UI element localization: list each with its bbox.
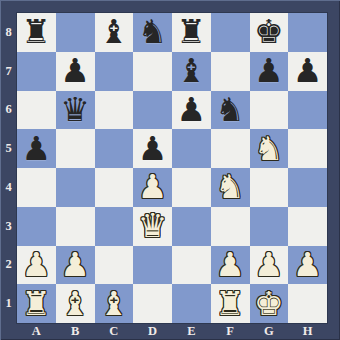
- piece-white-king: ♚: [254, 285, 284, 323]
- square-h8[interactable]: [288, 13, 327, 52]
- square-a8[interactable]: ♜: [17, 13, 56, 52]
- square-b8[interactable]: [56, 13, 95, 52]
- square-e1[interactable]: [172, 284, 211, 323]
- square-e4[interactable]: [172, 168, 211, 207]
- square-e3[interactable]: [172, 207, 211, 246]
- file-labels: ABCDEFGH: [17, 322, 327, 340]
- rank-label-5: 5: [0, 129, 17, 168]
- piece-black-pawn: ♟: [22, 130, 52, 168]
- piece-white-pawn: ♟: [22, 246, 52, 284]
- square-a4[interactable]: [17, 168, 56, 207]
- square-a7[interactable]: [17, 52, 56, 91]
- square-h1[interactable]: [288, 284, 327, 323]
- square-h3[interactable]: [288, 207, 327, 246]
- piece-white-pawn: ♟: [254, 246, 284, 284]
- square-b3[interactable]: [56, 207, 95, 246]
- piece-black-bishop: ♝: [99, 13, 129, 51]
- square-h4[interactable]: [288, 168, 327, 207]
- square-c4[interactable]: [95, 168, 134, 207]
- square-c8[interactable]: ♝: [95, 13, 134, 52]
- square-c7[interactable]: [95, 52, 134, 91]
- square-d4[interactable]: ♟: [133, 168, 172, 207]
- square-c6[interactable]: [95, 91, 134, 130]
- piece-white-bishop: ♝: [99, 285, 129, 323]
- rank-label-3: 3: [0, 207, 17, 246]
- square-f6[interactable]: ♞: [211, 91, 250, 130]
- square-g4[interactable]: [250, 168, 289, 207]
- square-f4[interactable]: ♞: [211, 168, 250, 207]
- piece-white-queen: ♛: [138, 207, 168, 245]
- rank-labels: 87654321: [0, 13, 17, 323]
- square-f8[interactable]: [211, 13, 250, 52]
- file-label-g: G: [250, 322, 289, 340]
- chess-diagram-frame: 87654321 ♜♝♞♜♚♟♝♟♟♛♟♞♟♟♞♟♞♛♟♟♟♟♟♜♝♝♜♚ AB…: [0, 0, 340, 340]
- piece-black-pawn: ♟: [60, 52, 90, 90]
- file-label-f: F: [211, 322, 250, 340]
- chess-board: ♜♝♞♜♚♟♝♟♟♛♟♞♟♟♞♟♞♛♟♟♟♟♟♜♝♝♜♚: [17, 13, 327, 323]
- square-a3[interactable]: [17, 207, 56, 246]
- square-h6[interactable]: [288, 91, 327, 130]
- file-label-c: C: [95, 322, 134, 340]
- square-b7[interactable]: ♟: [56, 52, 95, 91]
- square-g7[interactable]: ♟: [250, 52, 289, 91]
- file-label-e: E: [172, 322, 211, 340]
- square-d5[interactable]: ♟: [133, 129, 172, 168]
- piece-black-rook: ♜: [22, 13, 52, 51]
- square-d6[interactable]: [133, 91, 172, 130]
- piece-white-knight: ♞: [254, 130, 284, 168]
- piece-black-pawn: ♟: [177, 91, 207, 129]
- square-h7[interactable]: ♟: [288, 52, 327, 91]
- file-label-d: D: [133, 322, 172, 340]
- square-f7[interactable]: [211, 52, 250, 91]
- piece-black-knight: ♞: [138, 13, 168, 51]
- piece-white-pawn: ♟: [293, 246, 323, 284]
- piece-white-bishop: ♝: [60, 285, 90, 323]
- square-a6[interactable]: [17, 91, 56, 130]
- square-d8[interactable]: ♞: [133, 13, 172, 52]
- square-b4[interactable]: [56, 168, 95, 207]
- square-g8[interactable]: ♚: [250, 13, 289, 52]
- square-b6[interactable]: ♛: [56, 91, 95, 130]
- piece-white-pawn: ♟: [138, 168, 168, 206]
- square-h5[interactable]: [288, 129, 327, 168]
- rank-label-7: 7: [0, 52, 17, 91]
- piece-black-knight: ♞: [215, 91, 245, 129]
- square-e5[interactable]: [172, 129, 211, 168]
- square-e2[interactable]: [172, 246, 211, 285]
- square-b2[interactable]: ♟: [56, 246, 95, 285]
- rank-label-2: 2: [0, 246, 17, 285]
- file-label-h: H: [288, 322, 327, 340]
- piece-white-rook: ♜: [22, 285, 52, 323]
- square-a2[interactable]: ♟: [17, 246, 56, 285]
- square-a5[interactable]: ♟: [17, 129, 56, 168]
- piece-white-knight: ♞: [215, 168, 245, 206]
- square-h2[interactable]: ♟: [288, 246, 327, 285]
- piece-white-pawn: ♟: [60, 246, 90, 284]
- square-c2[interactable]: [95, 246, 134, 285]
- square-e7[interactable]: ♝: [172, 52, 211, 91]
- piece-white-rook: ♜: [215, 285, 245, 323]
- square-c3[interactable]: [95, 207, 134, 246]
- square-d7[interactable]: [133, 52, 172, 91]
- square-c5[interactable]: [95, 129, 134, 168]
- piece-black-pawn: ♟: [138, 130, 168, 168]
- piece-black-bishop: ♝: [177, 52, 207, 90]
- square-e8[interactable]: ♜: [172, 13, 211, 52]
- rank-label-8: 8: [0, 13, 17, 52]
- piece-black-rook: ♜: [177, 13, 207, 51]
- square-c1[interactable]: ♝: [95, 284, 134, 323]
- square-b1[interactable]: ♝: [56, 284, 95, 323]
- square-e6[interactable]: ♟: [172, 91, 211, 130]
- piece-black-king: ♚: [254, 13, 284, 51]
- square-f5[interactable]: [211, 129, 250, 168]
- piece-white-pawn: ♟: [215, 246, 245, 284]
- square-d1[interactable]: [133, 284, 172, 323]
- rank-label-1: 1: [0, 284, 17, 323]
- square-f3[interactable]: [211, 207, 250, 246]
- square-f1[interactable]: ♜: [211, 284, 250, 323]
- square-g1[interactable]: ♚: [250, 284, 289, 323]
- square-g3[interactable]: [250, 207, 289, 246]
- square-g6[interactable]: [250, 91, 289, 130]
- square-f2[interactable]: ♟: [211, 246, 250, 285]
- rank-label-4: 4: [0, 168, 17, 207]
- file-label-a: A: [17, 322, 56, 340]
- square-g5[interactable]: ♞: [250, 129, 289, 168]
- square-g2[interactable]: ♟: [250, 246, 289, 285]
- square-d2[interactable]: [133, 246, 172, 285]
- square-d3[interactable]: ♛: [133, 207, 172, 246]
- file-label-b: B: [56, 322, 95, 340]
- rank-label-6: 6: [0, 91, 17, 130]
- square-a1[interactable]: ♜: [17, 284, 56, 323]
- piece-black-pawn: ♟: [293, 52, 323, 90]
- piece-black-queen: ♛: [60, 91, 90, 129]
- square-b5[interactable]: [56, 129, 95, 168]
- piece-black-pawn: ♟: [254, 52, 284, 90]
